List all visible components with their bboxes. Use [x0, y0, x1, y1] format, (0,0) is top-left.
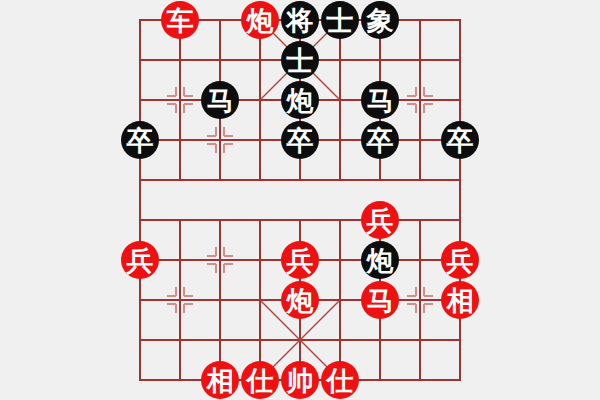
piece-red-elephant[interactable]: 相	[201, 361, 239, 399]
piece-black-cannon[interactable]: 炮	[361, 241, 399, 279]
piece-black-king[interactable]: 将	[281, 1, 319, 39]
piece-red-advisor[interactable]: 仕	[321, 361, 359, 399]
piece-black-pawn[interactable]: 卒	[121, 121, 159, 159]
piece-black-pawn[interactable]: 卒	[361, 121, 399, 159]
piece-red-king[interactable]: 帅	[281, 361, 319, 399]
piece-red-cannon[interactable]: 炮	[281, 281, 319, 319]
piece-red-horse[interactable]: 马	[361, 281, 399, 319]
piece-red-pawn[interactable]: 兵	[441, 241, 479, 279]
pieces-layer: 车炮将士象士马炮马卒卒卒卒兵兵兵炮兵炮马相相仕帅仕	[0, 0, 600, 400]
piece-red-pawn[interactable]: 兵	[361, 201, 399, 239]
piece-black-horse[interactable]: 马	[201, 81, 239, 119]
piece-black-pawn[interactable]: 卒	[441, 121, 479, 159]
piece-red-elephant[interactable]: 相	[441, 281, 479, 319]
piece-red-cannon[interactable]: 炮	[241, 1, 279, 39]
piece-black-horse[interactable]: 马	[361, 81, 399, 119]
piece-black-cannon[interactable]: 炮	[281, 81, 319, 119]
piece-red-chariot[interactable]: 车	[161, 1, 199, 39]
piece-red-pawn[interactable]: 兵	[121, 241, 159, 279]
piece-black-pawn[interactable]: 卒	[281, 121, 319, 159]
piece-black-advisor[interactable]: 士	[321, 1, 359, 39]
piece-red-advisor[interactable]: 仕	[241, 361, 279, 399]
xiangqi-board: 车炮将士象士马炮马卒卒卒卒兵兵兵炮兵炮马相相仕帅仕	[0, 0, 600, 400]
piece-black-advisor[interactable]: 士	[281, 41, 319, 79]
piece-black-elephant[interactable]: 象	[361, 1, 399, 39]
piece-red-pawn[interactable]: 兵	[281, 241, 319, 279]
